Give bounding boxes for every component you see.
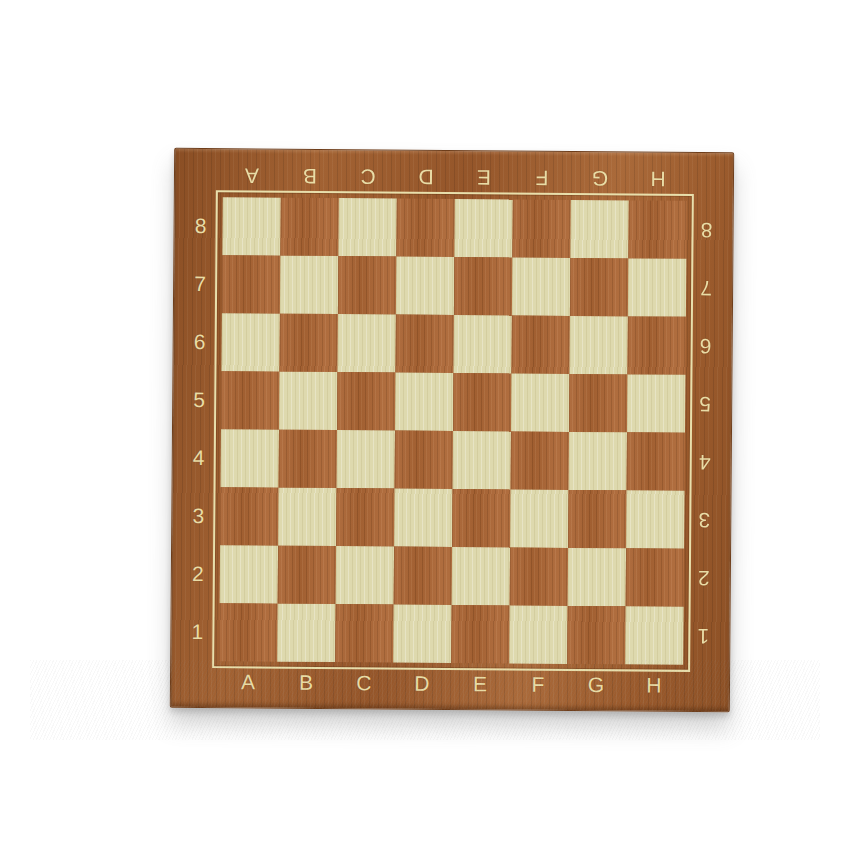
square-f3[interactable] bbox=[510, 489, 568, 547]
square-a6[interactable] bbox=[221, 313, 279, 371]
square-f7[interactable] bbox=[512, 257, 570, 315]
square-f4[interactable] bbox=[511, 431, 569, 489]
square-h2[interactable] bbox=[626, 548, 684, 606]
square-d1[interactable] bbox=[393, 605, 451, 663]
square-g3[interactable] bbox=[568, 490, 626, 548]
file-label-bottom-b: B bbox=[277, 668, 335, 698]
file-labels-bottom: ABCDEFGH bbox=[219, 667, 683, 701]
square-d7[interactable] bbox=[396, 257, 454, 315]
square-h7[interactable] bbox=[628, 258, 686, 316]
board-frame: ABCDEFGH 87654321 87654321 ABCDEFGH bbox=[170, 148, 734, 712]
square-d6[interactable] bbox=[395, 315, 453, 373]
square-c4[interactable] bbox=[337, 430, 395, 488]
square-d5[interactable] bbox=[395, 373, 453, 431]
square-e8[interactable] bbox=[454, 199, 512, 257]
square-e5[interactable] bbox=[453, 373, 511, 431]
rank-label-left-8: 8 bbox=[182, 197, 218, 255]
square-f1[interactable] bbox=[509, 605, 567, 663]
rank-label-left-6: 6 bbox=[181, 313, 217, 371]
file-label-bottom-f: F bbox=[509, 669, 567, 699]
square-a4[interactable] bbox=[221, 429, 279, 487]
square-e6[interactable] bbox=[453, 315, 511, 373]
square-b7[interactable] bbox=[280, 256, 338, 314]
file-label-top-f: F bbox=[513, 162, 571, 192]
rank-label-right-3: 3 bbox=[686, 491, 722, 549]
file-label-top-d: D bbox=[397, 162, 455, 192]
file-label-bottom-g: G bbox=[567, 670, 625, 700]
square-e1[interactable] bbox=[451, 605, 509, 663]
square-e4[interactable] bbox=[453, 431, 511, 489]
square-d8[interactable] bbox=[396, 199, 454, 257]
square-h4[interactable] bbox=[627, 432, 685, 490]
square-g6[interactable] bbox=[569, 316, 627, 374]
square-g5[interactable] bbox=[569, 374, 627, 432]
square-c5[interactable] bbox=[337, 372, 395, 430]
square-f8[interactable] bbox=[512, 199, 570, 257]
square-g2[interactable] bbox=[568, 548, 626, 606]
file-label-top-g: G bbox=[571, 163, 629, 193]
file-label-top-b: B bbox=[281, 161, 339, 191]
square-g7[interactable] bbox=[570, 258, 628, 316]
file-label-top-a: A bbox=[223, 160, 281, 190]
square-b3[interactable] bbox=[278, 488, 336, 546]
file-label-top-c: C bbox=[339, 161, 397, 191]
chessboard: ABCDEFGH 87654321 87654321 ABCDEFGH bbox=[170, 148, 734, 712]
square-h8[interactable] bbox=[628, 200, 686, 258]
square-d2[interactable] bbox=[394, 547, 452, 605]
square-a5[interactable] bbox=[221, 371, 279, 429]
square-c3[interactable] bbox=[336, 488, 394, 546]
rank-label-right-2: 2 bbox=[686, 549, 722, 607]
file-label-bottom-c: C bbox=[335, 668, 393, 698]
file-label-top-h: H bbox=[629, 163, 687, 193]
rank-labels-right: 87654321 bbox=[685, 201, 725, 665]
square-b4[interactable] bbox=[279, 430, 337, 488]
square-b2[interactable] bbox=[278, 546, 336, 604]
square-b1[interactable] bbox=[277, 604, 335, 662]
rank-labels-left: 87654321 bbox=[179, 197, 219, 661]
square-h3[interactable] bbox=[626, 490, 684, 548]
rank-label-left-3: 3 bbox=[180, 487, 216, 545]
square-a2[interactable] bbox=[220, 545, 278, 603]
square-g1[interactable] bbox=[567, 606, 625, 664]
rank-label-left-4: 4 bbox=[181, 429, 217, 487]
square-a7[interactable] bbox=[222, 255, 280, 313]
file-label-bottom-h: H bbox=[625, 670, 683, 700]
rank-label-left-7: 7 bbox=[182, 255, 218, 313]
rank-label-right-6: 6 bbox=[687, 317, 723, 375]
rank-label-left-1: 1 bbox=[179, 603, 215, 661]
square-b6[interactable] bbox=[279, 314, 337, 372]
product-photo-background: ABCDEFGH 87654321 87654321 ABCDEFGH bbox=[0, 0, 850, 850]
square-b8[interactable] bbox=[280, 198, 338, 256]
rank-label-right-5: 5 bbox=[687, 375, 723, 433]
rank-label-left-2: 2 bbox=[180, 545, 216, 603]
square-e7[interactable] bbox=[454, 257, 512, 315]
rank-label-right-4: 4 bbox=[687, 433, 723, 491]
square-h6[interactable] bbox=[627, 316, 685, 374]
file-label-bottom-d: D bbox=[393, 669, 451, 699]
square-c8[interactable] bbox=[338, 198, 396, 256]
board-grid bbox=[219, 197, 687, 665]
square-e2[interactable] bbox=[452, 547, 510, 605]
square-c1[interactable] bbox=[335, 604, 393, 662]
square-h5[interactable] bbox=[627, 374, 685, 432]
file-labels-top: ABCDEFGH bbox=[223, 160, 687, 194]
square-e3[interactable] bbox=[452, 489, 510, 547]
square-a8[interactable] bbox=[222, 197, 280, 255]
square-b5[interactable] bbox=[279, 372, 337, 430]
file-label-top-e: E bbox=[455, 162, 513, 192]
square-c2[interactable] bbox=[336, 546, 394, 604]
square-a3[interactable] bbox=[220, 487, 278, 545]
square-d4[interactable] bbox=[395, 431, 453, 489]
file-label-bottom-e: E bbox=[451, 669, 509, 699]
square-a1[interactable] bbox=[219, 603, 277, 661]
rank-label-right-7: 7 bbox=[688, 259, 724, 317]
rank-label-right-8: 8 bbox=[688, 201, 724, 259]
rank-label-left-5: 5 bbox=[181, 371, 217, 429]
square-f2[interactable] bbox=[510, 547, 568, 605]
square-h1[interactable] bbox=[625, 606, 683, 664]
square-d3[interactable] bbox=[394, 489, 452, 547]
square-f5[interactable] bbox=[511, 373, 569, 431]
square-c7[interactable] bbox=[338, 256, 396, 314]
file-label-bottom-a: A bbox=[219, 667, 277, 697]
square-g4[interactable] bbox=[569, 432, 627, 490]
rank-label-right-1: 1 bbox=[685, 607, 721, 665]
square-g8[interactable] bbox=[570, 200, 628, 258]
square-c6[interactable] bbox=[337, 314, 395, 372]
square-f6[interactable] bbox=[511, 315, 569, 373]
